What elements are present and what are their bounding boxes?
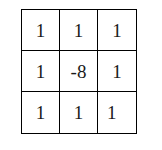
diagram-canvas: 1 1 1 1 -8 1 1 1 1 bbox=[0, 0, 162, 150]
cell-r2c2: -8 bbox=[60, 51, 98, 92]
cell-r3c2: 1 bbox=[60, 92, 98, 133]
cell-r3c1: 1 bbox=[22, 92, 60, 133]
cell-r2c3: 1 bbox=[98, 51, 136, 92]
cell-r1c2: 1 bbox=[60, 10, 98, 51]
cell-r1c3: 1 bbox=[98, 10, 136, 51]
cell-r1c1: 1 bbox=[22, 10, 60, 51]
cell-r3c3: 1 bbox=[98, 92, 136, 133]
number-grid-board: 1 1 1 1 -8 1 1 1 1 bbox=[21, 9, 137, 134]
cell-r2c1: 1 bbox=[22, 51, 60, 92]
